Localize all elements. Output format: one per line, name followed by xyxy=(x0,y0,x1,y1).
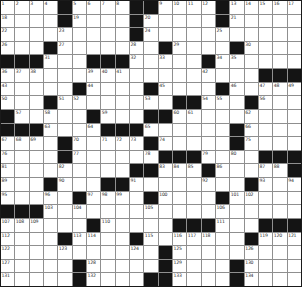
cell-r6c2[interactable]: 37 xyxy=(15,69,28,82)
cell-r3c14[interactable] xyxy=(187,28,200,41)
cell-r10c4[interactable]: 63 xyxy=(44,124,57,137)
cell-r8c12[interactable] xyxy=(159,96,172,109)
cell-r8c17[interactable] xyxy=(230,96,243,109)
cell-r2c21[interactable] xyxy=(288,15,301,28)
cell-r21c21[interactable] xyxy=(288,273,301,286)
cell-r1c17[interactable]: 13 xyxy=(230,1,243,14)
cell-r6c12[interactable] xyxy=(159,69,172,82)
cell-r5c18[interactable] xyxy=(245,55,258,68)
cell-r10c12[interactable] xyxy=(159,124,172,137)
cell-r11c8[interactable]: 71 xyxy=(101,137,114,150)
cell-r4c15[interactable] xyxy=(202,42,215,55)
cell-r6c15[interactable]: 42 xyxy=(202,69,215,82)
cell-r1c13[interactable]: 10 xyxy=(173,1,186,14)
cell-r16c9[interactable] xyxy=(116,205,129,218)
cell-r17c5[interactable] xyxy=(58,219,71,232)
cell-r8c15[interactable]: 54 xyxy=(202,96,215,109)
cell-r11c9[interactable]: 72 xyxy=(116,137,129,150)
cell-r11c21[interactable] xyxy=(288,137,301,150)
cell-r17c11[interactable] xyxy=(144,219,157,232)
cell-r10c20[interactable] xyxy=(273,124,286,137)
cell-r15c20[interactable] xyxy=(273,192,286,205)
cell-r18c9[interactable] xyxy=(116,233,129,246)
cell-r5c16[interactable]: 34 xyxy=(216,55,229,68)
cell-r3c9[interactable] xyxy=(116,28,129,41)
cell-r20c11[interactable] xyxy=(144,260,157,273)
cell-r9c2[interactable]: 57 xyxy=(15,110,28,123)
cell-r11c7[interactable] xyxy=(87,137,100,150)
cell-r8c10[interactable] xyxy=(130,96,143,109)
cell-r21c18[interactable]: 134 xyxy=(245,273,258,286)
cell-r15c5[interactable] xyxy=(58,192,71,205)
cell-r11c20[interactable] xyxy=(273,137,286,150)
cell-r11c3[interactable]: 69 xyxy=(30,137,43,150)
cell-r3c4[interactable] xyxy=(44,28,57,41)
cell-r19c3[interactable] xyxy=(30,246,43,259)
cell-r15c18[interactable]: 102 xyxy=(245,192,258,205)
cell-r4c8[interactable] xyxy=(101,42,114,55)
cell-r12c2[interactable] xyxy=(15,151,28,164)
cell-r19c21[interactable] xyxy=(288,246,301,259)
cell-r1c2[interactable]: 2 xyxy=(15,1,28,14)
cell-r13c4[interactable] xyxy=(44,164,57,177)
cell-r17c18[interactable] xyxy=(245,219,258,232)
cell-r19c15[interactable] xyxy=(202,246,215,259)
cell-r3c8[interactable] xyxy=(101,28,114,41)
cell-r15c8[interactable]: 98 xyxy=(101,192,114,205)
cell-r7c1[interactable]: 43 xyxy=(1,83,14,96)
cell-r6c3[interactable]: 38 xyxy=(30,69,43,82)
cell-r9c18[interactable]: 62 xyxy=(245,110,258,123)
cell-r2c7[interactable] xyxy=(87,15,100,28)
cell-r10c6[interactable] xyxy=(73,124,86,137)
cell-r4c10[interactable]: 28 xyxy=(130,42,143,55)
cell-r20c4[interactable] xyxy=(44,260,57,273)
cell-r17c3[interactable]: 109 xyxy=(30,219,43,232)
cell-r1c1[interactable]: 1 xyxy=(1,1,14,14)
cell-r10c21[interactable] xyxy=(288,124,301,137)
cell-r1c6[interactable]: 5 xyxy=(73,1,86,14)
cell-r12c1[interactable]: 76 xyxy=(1,151,14,164)
cell-r4c6[interactable] xyxy=(73,42,86,55)
cell-r15c10[interactable] xyxy=(130,192,143,205)
cell-r7c3[interactable] xyxy=(30,83,43,96)
cell-r19c16[interactable] xyxy=(216,246,229,259)
cell-r12c10[interactable] xyxy=(130,151,143,164)
cell-r14c6[interactable] xyxy=(73,178,86,191)
cell-r2c17[interactable]: 21 xyxy=(230,15,243,28)
cell-r4c16[interactable] xyxy=(216,42,229,55)
cell-r13c1[interactable]: 81 xyxy=(1,164,14,177)
cell-r6c17[interactable] xyxy=(230,69,243,82)
cell-r19c20[interactable] xyxy=(273,246,286,259)
cell-r1c12[interactable]: 9 xyxy=(159,1,172,14)
cell-r9c19[interactable] xyxy=(259,110,272,123)
cell-r14c19[interactable]: 93 xyxy=(259,178,272,191)
cell-r12c4[interactable] xyxy=(44,151,57,164)
cell-r9c10[interactable] xyxy=(130,110,143,123)
cell-r17c2[interactable]: 108 xyxy=(15,219,28,232)
cell-r16c16[interactable]: 106 xyxy=(216,205,229,218)
cell-r18c3[interactable] xyxy=(30,233,43,246)
cell-r9c3[interactable] xyxy=(30,110,43,123)
cell-r16c19[interactable] xyxy=(259,205,272,218)
cell-r19c7[interactable] xyxy=(87,246,100,259)
cell-r21c20[interactable] xyxy=(273,273,286,286)
cell-r9c17[interactable] xyxy=(230,110,243,123)
cell-r3c12[interactable] xyxy=(159,28,172,41)
cell-r4c19[interactable] xyxy=(259,42,272,55)
cell-r21c5[interactable] xyxy=(58,273,71,286)
cell-r17c6[interactable] xyxy=(73,219,86,232)
cell-r7c14[interactable] xyxy=(187,83,200,96)
cell-r16c7[interactable] xyxy=(87,205,100,218)
cell-r11c16[interactable] xyxy=(216,137,229,150)
cell-r9c14[interactable]: 61 xyxy=(187,110,200,123)
cell-r2c3[interactable] xyxy=(30,15,43,28)
cell-r19c9[interactable] xyxy=(116,246,129,259)
cell-r19c19[interactable] xyxy=(259,246,272,259)
cell-r15c19[interactable] xyxy=(259,192,272,205)
cell-r2c14[interactable] xyxy=(187,15,200,28)
cell-r16c15[interactable] xyxy=(202,205,215,218)
cell-r20c20[interactable] xyxy=(273,260,286,273)
cell-r14c7[interactable] xyxy=(87,178,100,191)
cell-r12c9[interactable] xyxy=(116,151,129,164)
cell-r14c2[interactable] xyxy=(15,178,28,191)
cell-r6c7[interactable]: 39 xyxy=(87,69,100,82)
cell-r20c14[interactable] xyxy=(187,260,200,273)
cell-r11c13[interactable] xyxy=(173,137,186,150)
cell-r8c11[interactable]: 53 xyxy=(144,96,157,109)
cell-r6c9[interactable]: 41 xyxy=(116,69,129,82)
cell-r5c19[interactable] xyxy=(259,55,272,68)
cell-r2c8[interactable] xyxy=(101,15,114,28)
cell-r6c8[interactable]: 40 xyxy=(101,69,114,82)
cell-r19c2[interactable] xyxy=(15,246,28,259)
cell-r19c4[interactable] xyxy=(44,246,57,259)
cell-r16c12[interactable] xyxy=(159,205,172,218)
cell-r4c5[interactable]: 27 xyxy=(58,42,71,55)
cell-r8c20[interactable] xyxy=(273,96,286,109)
cell-r14c11[interactable] xyxy=(144,178,157,191)
cell-r8c6[interactable]: 52 xyxy=(73,96,86,109)
cell-r20c18[interactable]: 130 xyxy=(245,260,258,273)
cell-r10c15[interactable] xyxy=(202,124,215,137)
cell-r21c4[interactable] xyxy=(44,273,57,286)
cell-r21c16[interactable] xyxy=(216,273,229,286)
cell-r2c4[interactable] xyxy=(44,15,57,28)
cell-r9c20[interactable] xyxy=(273,110,286,123)
cell-r18c12[interactable] xyxy=(159,233,172,246)
cell-r12c3[interactable] xyxy=(30,151,43,164)
cell-r2c19[interactable] xyxy=(259,15,272,28)
cell-r21c13[interactable]: 133 xyxy=(173,273,186,286)
cell-r8c7[interactable] xyxy=(87,96,100,109)
cell-r19c5[interactable]: 123 xyxy=(58,246,71,259)
cell-r9c5[interactable] xyxy=(58,110,71,123)
cell-r14c5[interactable]: 90 xyxy=(58,178,71,191)
cell-r13c17[interactable] xyxy=(230,164,243,177)
cell-r19c14[interactable] xyxy=(187,246,200,259)
cell-r2c2[interactable] xyxy=(15,15,28,28)
cell-r2c15[interactable] xyxy=(202,15,215,28)
cell-r16c21[interactable] xyxy=(288,205,301,218)
cell-r5c14[interactable] xyxy=(187,55,200,68)
cell-r4c7[interactable] xyxy=(87,42,100,55)
cell-r19c17[interactable] xyxy=(230,246,243,259)
cell-r20c21[interactable] xyxy=(288,260,301,273)
cell-r16c10[interactable] xyxy=(130,205,143,218)
cell-r11c14[interactable] xyxy=(187,137,200,150)
cell-r11c10[interactable]: 73 xyxy=(130,137,143,150)
cell-r19c1[interactable]: 122 xyxy=(1,246,14,259)
cell-r3c2[interactable] xyxy=(15,28,28,41)
cell-r20c15[interactable] xyxy=(202,260,215,273)
cell-r8c8[interactable] xyxy=(101,96,114,109)
cell-r6c4[interactable] xyxy=(44,69,57,82)
cell-r14c3[interactable] xyxy=(30,178,43,191)
cell-r1c3[interactable]: 3 xyxy=(30,1,43,14)
cell-r7c20[interactable]: 48 xyxy=(273,83,286,96)
cell-r9c8[interactable]: 59 xyxy=(101,110,114,123)
cell-r1c9[interactable]: 8 xyxy=(116,1,129,14)
cell-r3c19[interactable] xyxy=(259,28,272,41)
cell-r11c12[interactable]: 74 xyxy=(159,137,172,150)
cell-r2c18[interactable] xyxy=(245,15,258,28)
cell-r7c2[interactable] xyxy=(15,83,28,96)
cell-r20c9[interactable] xyxy=(116,260,129,273)
cell-r1c18[interactable]: 14 xyxy=(245,1,258,14)
cell-r19c18[interactable]: 126 xyxy=(245,246,258,259)
cell-r20c3[interactable] xyxy=(30,260,43,273)
cell-r3c3[interactable] xyxy=(30,28,43,41)
cell-r8c16[interactable]: 55 xyxy=(216,96,229,109)
cell-r20c19[interactable] xyxy=(259,260,272,273)
cell-r6c16[interactable] xyxy=(216,69,229,82)
cell-r12c6[interactable]: 77 xyxy=(73,151,86,164)
cell-r8c19[interactable]: 56 xyxy=(259,96,272,109)
cell-r13c9[interactable] xyxy=(116,164,129,177)
cell-r3c21[interactable] xyxy=(288,28,301,41)
cell-r17c16[interactable]: 111 xyxy=(216,219,229,232)
cell-r7c4[interactable] xyxy=(44,83,57,96)
cell-r7c19[interactable]: 47 xyxy=(259,83,272,96)
cell-r14c13[interactable] xyxy=(173,178,186,191)
cell-r21c1[interactable]: 131 xyxy=(1,273,14,286)
cell-r14c21[interactable]: 94 xyxy=(288,178,301,191)
cell-r3c16[interactable]: 25 xyxy=(216,28,229,41)
cell-r10c14[interactable] xyxy=(187,124,200,137)
cell-r11c15[interactable] xyxy=(202,137,215,150)
cell-r7c18[interactable] xyxy=(245,83,258,96)
cell-r17c12[interactable] xyxy=(159,219,172,232)
cell-r16c5[interactable] xyxy=(58,205,71,218)
cell-r10c11[interactable]: 65 xyxy=(144,124,157,137)
cell-r10c5[interactable] xyxy=(58,124,71,137)
cell-r4c11[interactable] xyxy=(144,42,157,55)
cell-r2c20[interactable] xyxy=(273,15,286,28)
cell-r2c12[interactable] xyxy=(159,15,172,28)
cell-r14c20[interactable] xyxy=(273,178,286,191)
cell-r13c7[interactable] xyxy=(87,164,100,177)
cell-r15c21[interactable] xyxy=(288,192,301,205)
cell-r20c5[interactable] xyxy=(58,260,71,273)
cell-r19c10[interactable]: 124 xyxy=(130,246,143,259)
cell-r7c10[interactable] xyxy=(130,83,143,96)
cell-r2c9[interactable] xyxy=(116,15,129,28)
cell-r15c13[interactable] xyxy=(173,192,186,205)
cell-r4c2[interactable] xyxy=(15,42,28,55)
cell-r11c6[interactable]: 70 xyxy=(73,137,86,150)
cell-r18c14[interactable]: 117 xyxy=(187,233,200,246)
cell-r21c15[interactable] xyxy=(202,273,215,286)
cell-r8c3[interactable] xyxy=(30,96,43,109)
cell-r6c18[interactable] xyxy=(245,69,258,82)
cell-r6c6[interactable] xyxy=(73,69,86,82)
cell-r14c14[interactable] xyxy=(187,178,200,191)
cell-r9c15[interactable] xyxy=(202,110,215,123)
cell-r10c13[interactable] xyxy=(173,124,186,137)
cell-r3c11[interactable]: 24 xyxy=(144,28,157,41)
cell-r7c9[interactable] xyxy=(116,83,129,96)
cell-r12c7[interactable] xyxy=(87,151,100,164)
cell-r19c8[interactable] xyxy=(101,246,114,259)
cell-r13c3[interactable] xyxy=(30,164,43,177)
cell-r7c5[interactable] xyxy=(58,83,71,96)
cell-r1c14[interactable]: 11 xyxy=(187,1,200,14)
cell-r8c5[interactable]: 51 xyxy=(58,96,71,109)
cell-r14c10[interactable]: 91 xyxy=(130,178,143,191)
cell-r6c14[interactable] xyxy=(187,69,200,82)
cell-r18c1[interactable]: 112 xyxy=(1,233,14,246)
cell-r13c6[interactable] xyxy=(73,164,86,177)
cell-r11c18[interactable]: 75 xyxy=(245,137,258,150)
cell-r19c11[interactable] xyxy=(144,246,157,259)
cell-r12c18[interactable] xyxy=(245,151,258,164)
cell-r16c6[interactable]: 104 xyxy=(73,205,86,218)
cell-r20c7[interactable]: 128 xyxy=(87,260,100,273)
cell-r2c1[interactable]: 18 xyxy=(1,15,14,28)
cell-r20c13[interactable]: 129 xyxy=(173,260,186,273)
cell-r21c9[interactable] xyxy=(116,273,129,286)
cell-r13c14[interactable]: 85 xyxy=(187,164,200,177)
cell-r18c8[interactable] xyxy=(101,233,114,246)
cell-r20c10[interactable] xyxy=(130,260,143,273)
cell-r8c9[interactable] xyxy=(116,96,129,109)
cell-r8c21[interactable] xyxy=(288,96,301,109)
cell-r7c13[interactable] xyxy=(173,83,186,96)
cell-r5c13[interactable] xyxy=(173,55,186,68)
cell-r10c18[interactable]: 66 xyxy=(245,124,258,137)
cell-r6c5[interactable] xyxy=(58,69,71,82)
cell-r15c1[interactable]: 95 xyxy=(1,192,14,205)
cell-r15c7[interactable]: 97 xyxy=(87,192,100,205)
cell-r13c2[interactable] xyxy=(15,164,28,177)
cell-r18c2[interactable] xyxy=(15,233,28,246)
cell-r5c6[interactable] xyxy=(73,55,86,68)
cell-r10c19[interactable] xyxy=(259,124,272,137)
cell-r4c13[interactable]: 29 xyxy=(173,42,186,55)
cell-r21c7[interactable]: 132 xyxy=(87,273,100,286)
cell-r17c10[interactable] xyxy=(130,219,143,232)
cell-r2c11[interactable]: 20 xyxy=(144,15,157,28)
cell-r19c13[interactable]: 125 xyxy=(173,246,186,259)
cell-r13c19[interactable]: 87 xyxy=(259,164,272,177)
cell-r18c17[interactable] xyxy=(230,233,243,246)
cell-r15c9[interactable]: 99 xyxy=(116,192,129,205)
cell-r1c19[interactable]: 15 xyxy=(259,1,272,14)
cell-r4c18[interactable]: 30 xyxy=(245,42,258,55)
cell-r5c5[interactable] xyxy=(58,55,71,68)
cell-r12c17[interactable]: 80 xyxy=(230,151,243,164)
cell-r17c1[interactable]: 107 xyxy=(1,219,14,232)
cell-r6c10[interactable] xyxy=(130,69,143,82)
cell-r3c6[interactable] xyxy=(73,28,86,41)
cell-r1c8[interactable]: 7 xyxy=(101,1,114,14)
cell-r14c16[interactable] xyxy=(216,178,229,191)
cell-r5c17[interactable]: 35 xyxy=(230,55,243,68)
cell-r3c15[interactable] xyxy=(202,28,215,41)
cell-r18c13[interactable]: 116 xyxy=(173,233,186,246)
cell-r4c3[interactable] xyxy=(30,42,43,55)
cell-r12c16[interactable] xyxy=(216,151,229,164)
cell-r3c17[interactable] xyxy=(230,28,243,41)
cell-r18c19[interactable]: 119 xyxy=(259,233,272,246)
cell-r3c20[interactable] xyxy=(273,28,286,41)
cell-r1c21[interactable]: 17 xyxy=(288,1,301,14)
cell-r11c2[interactable]: 68 xyxy=(15,137,28,150)
cell-r4c21[interactable] xyxy=(288,42,301,55)
cell-r15c3[interactable] xyxy=(30,192,43,205)
cell-r12c11[interactable]: 78 xyxy=(144,151,157,164)
cell-r16c4[interactable]: 103 xyxy=(44,205,57,218)
cell-r5c12[interactable]: 33 xyxy=(159,55,172,68)
cell-r3c7[interactable] xyxy=(87,28,100,41)
cell-r1c4[interactable]: 4 xyxy=(44,1,57,14)
cell-r12c8[interactable] xyxy=(101,151,114,164)
cell-r12c15[interactable]: 79 xyxy=(202,151,215,164)
cell-r1c15[interactable]: 12 xyxy=(202,1,215,14)
cell-r20c1[interactable]: 127 xyxy=(1,260,14,273)
cell-r3c5[interactable]: 23 xyxy=(58,28,71,41)
cell-r18c20[interactable]: 120 xyxy=(273,233,286,246)
cell-r17c8[interactable]: 110 xyxy=(101,219,114,232)
cell-r13c5[interactable]: 82 xyxy=(58,164,71,177)
cell-r5c4[interactable]: 31 xyxy=(44,55,57,68)
cell-r8c2[interactable] xyxy=(15,96,28,109)
cell-r11c19[interactable] xyxy=(259,137,272,150)
cell-r10c16[interactable] xyxy=(216,124,229,137)
cell-r7c8[interactable] xyxy=(101,83,114,96)
cell-r10c7[interactable]: 64 xyxy=(87,124,100,137)
cell-r1c7[interactable]: 6 xyxy=(87,1,100,14)
cell-r15c12[interactable]: 100 xyxy=(159,192,172,205)
cell-r9c4[interactable]: 58 xyxy=(44,110,57,123)
cell-r3c1[interactable]: 22 xyxy=(1,28,14,41)
cell-r4c1[interactable]: 26 xyxy=(1,42,14,55)
cell-r14c12[interactable] xyxy=(159,178,172,191)
cell-r21c2[interactable] xyxy=(15,273,28,286)
cell-r9c6[interactable] xyxy=(73,110,86,123)
cell-r13c12[interactable]: 83 xyxy=(159,164,172,177)
cell-r13c8[interactable] xyxy=(101,164,114,177)
cell-r7c7[interactable]: 44 xyxy=(87,83,100,96)
cell-r16c13[interactable] xyxy=(173,205,186,218)
cell-r5c20[interactable] xyxy=(273,55,286,68)
cell-r3c13[interactable] xyxy=(173,28,186,41)
cell-r21c14[interactable] xyxy=(187,273,200,286)
